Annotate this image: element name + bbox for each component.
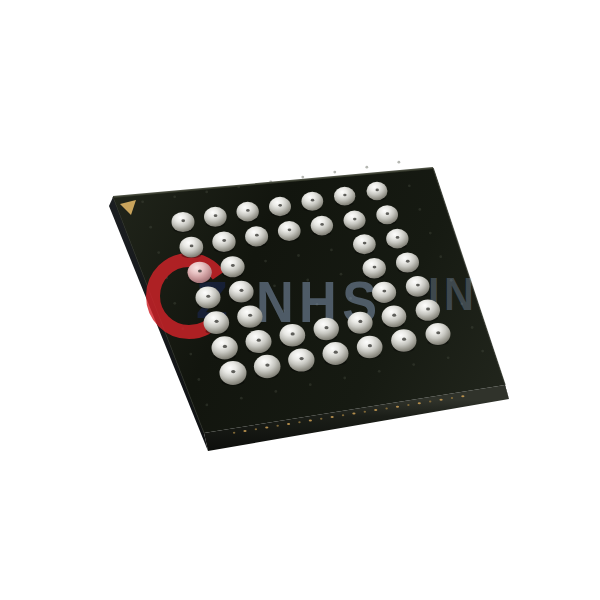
via-dot	[301, 176, 304, 179]
edge-pad-dot	[331, 416, 334, 418]
edge-pad-dot	[364, 411, 366, 413]
via-dot	[309, 383, 312, 386]
via-dot	[333, 171, 336, 174]
ball-reflection-speck	[363, 242, 367, 245]
ball-reflection-speck	[246, 209, 250, 212]
ball-reflection-speck	[257, 339, 261, 342]
via-dot	[205, 190, 208, 193]
ball-reflection-speck	[299, 357, 303, 360]
ball-reflection-speck	[386, 212, 389, 215]
edge-pad-dot	[407, 404, 409, 406]
edge-pad-dot	[276, 425, 278, 427]
via-dot	[365, 166, 368, 169]
ball-reflection-speck	[288, 228, 292, 231]
via-dot	[274, 390, 277, 393]
ball-reflection-speck	[426, 307, 430, 310]
via-dot	[418, 208, 421, 211]
bga-chip-photo: ZNHSIN	[0, 0, 600, 600]
edge-pad-dot	[243, 430, 246, 432]
ball-reflection-speck	[343, 194, 346, 197]
ball-reflection-speck	[255, 234, 259, 237]
ball-reflection-speck	[223, 345, 227, 348]
ball-reflection-speck	[181, 219, 185, 222]
edge-pad-dot	[461, 395, 464, 397]
edge-pad-dot	[298, 421, 300, 423]
edge-pad-dot	[385, 407, 387, 409]
via-dot	[189, 353, 192, 356]
via-dot	[447, 356, 450, 359]
via-dot	[429, 232, 432, 235]
ball-reflection-speck	[198, 270, 202, 273]
ball-reflection-speck	[320, 223, 324, 226]
ball-reflection-speck	[358, 320, 362, 323]
via-dot	[397, 161, 400, 164]
ball-reflection-speck	[214, 214, 218, 217]
edge-pad-dot	[320, 418, 322, 420]
edge-pad-dot	[342, 414, 344, 416]
via-dot	[240, 397, 243, 400]
ball-reflection-speck	[406, 260, 410, 263]
ball-reflection-speck	[402, 338, 406, 341]
ball-reflection-speck	[392, 314, 396, 317]
via-dot	[412, 363, 415, 366]
via-dot	[264, 260, 267, 263]
ball-reflection-speck	[248, 314, 252, 317]
ball-reflection-speck	[265, 363, 269, 366]
ball-reflection-speck	[396, 236, 400, 239]
via-dot	[439, 255, 442, 258]
edge-pad-dot	[374, 409, 377, 411]
edge-pad-dot	[352, 413, 355, 415]
via-dot	[157, 251, 160, 254]
edge-pad-dot	[265, 426, 268, 428]
ball-reflection-speck	[231, 264, 235, 267]
via-dot	[149, 226, 152, 229]
ball-reflection-speck	[368, 344, 372, 347]
photo-canvas: ZNHSIN	[0, 0, 600, 600]
via-dot	[408, 184, 411, 187]
ball-reflection-speck	[206, 295, 210, 298]
ball-reflection-speck	[334, 351, 338, 354]
ball-reflection-speck	[416, 284, 420, 287]
ball-reflection-speck	[190, 244, 194, 247]
edge-pad-dot	[451, 397, 453, 399]
ball-reflection-speck	[324, 326, 328, 329]
edge-pad-dot	[287, 423, 290, 425]
edge-pad-dot	[429, 400, 431, 402]
edge-pad-dot	[255, 428, 257, 430]
edge-pad-dot	[233, 432, 235, 434]
ball-reflection-speck	[222, 239, 226, 242]
via-dot	[237, 186, 240, 189]
via-dot	[343, 377, 346, 380]
via-dot	[197, 378, 200, 381]
via-dot	[378, 370, 381, 373]
via-dot	[173, 302, 176, 305]
ball-reflection-speck	[373, 266, 377, 269]
edge-pad-dot	[309, 420, 312, 422]
edge-pad-dot	[396, 406, 399, 408]
via-dot	[205, 403, 208, 406]
ball-reflection-speck	[353, 218, 357, 221]
ball-reflection-speck	[278, 204, 282, 207]
ball-reflection-speck	[382, 290, 386, 293]
ball-reflection-speck	[215, 320, 219, 323]
via-dot	[173, 195, 176, 198]
ball-reflection-speck	[376, 189, 379, 192]
edge-pad-dot	[439, 399, 442, 401]
via-dot	[269, 181, 272, 184]
via-dot	[297, 254, 300, 257]
ball-reflection-speck	[231, 370, 235, 373]
ball-reflection-speck	[436, 331, 440, 334]
via-dot	[471, 326, 474, 329]
ball-reflection-speck	[240, 289, 244, 292]
via-dot	[481, 350, 484, 353]
via-dot	[141, 200, 144, 203]
ball-reflection-speck	[291, 332, 295, 335]
via-dot	[330, 248, 333, 251]
ball-reflection-speck	[311, 199, 314, 202]
edge-pad-dot	[418, 402, 421, 404]
